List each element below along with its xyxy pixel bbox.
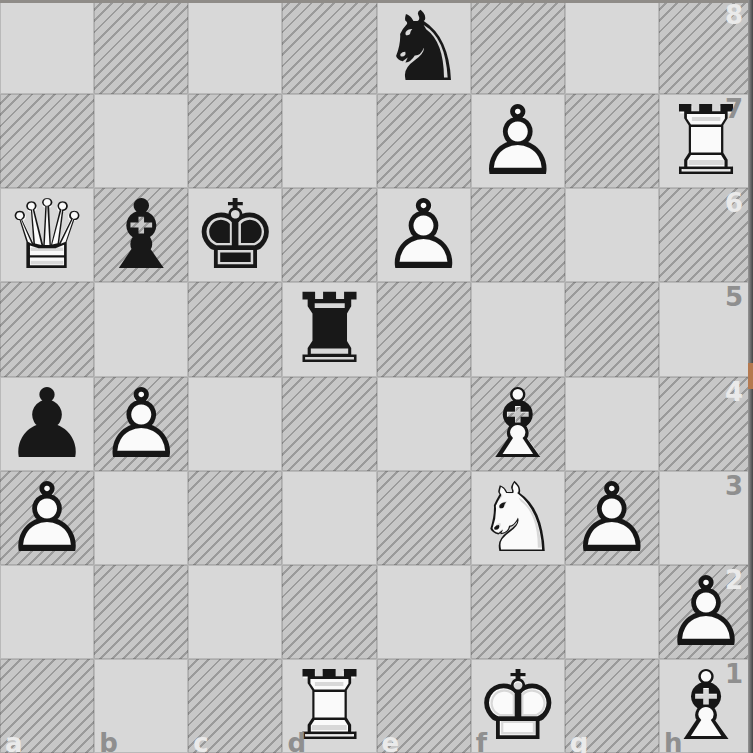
square-a5[interactable] [0, 282, 94, 376]
square-b6[interactable]: ♝ [94, 188, 188, 282]
square-e6[interactable]: ♟♙ [377, 188, 471, 282]
square-b5[interactable] [94, 282, 188, 376]
piece-white-pawn[interactable]: ♟♙ [94, 377, 188, 471]
piece-black-pawn[interactable]: ♟ [0, 377, 94, 471]
square-f6[interactable] [471, 188, 565, 282]
square-f7[interactable]: ♟♙ [471, 94, 565, 188]
square-g3[interactable]: ♟♙ [565, 471, 659, 565]
square-d7[interactable] [282, 94, 376, 188]
square-g1[interactable]: g [565, 659, 659, 753]
square-e2[interactable] [377, 565, 471, 659]
square-e8[interactable]: ♞ [377, 0, 471, 94]
square-g8[interactable] [565, 0, 659, 94]
rank-label-1: 1 [725, 661, 743, 687]
rank-label-2: 2 [725, 567, 743, 593]
white-pawn-icon: ♙ [381, 187, 467, 283]
file-label-a: a [5, 730, 23, 753]
square-h1[interactable]: 1h♝♗ [659, 659, 753, 753]
square-c1[interactable]: c [188, 659, 282, 753]
square-a1[interactable]: a [0, 659, 94, 753]
square-b7[interactable] [94, 94, 188, 188]
square-e7[interactable] [377, 94, 471, 188]
file-label-g: g [570, 730, 589, 753]
piece-black-knight[interactable]: ♞ [377, 0, 471, 94]
rank-label-8: 8 [725, 2, 743, 28]
file-label-c: c [193, 730, 208, 753]
square-h8[interactable]: 8 [659, 0, 753, 94]
piece-white-bishop[interactable]: ♝♗ [471, 377, 565, 471]
rank-label-5: 5 [725, 284, 743, 310]
piece-black-bishop[interactable]: ♝ [94, 188, 188, 282]
square-d8[interactable] [282, 0, 376, 94]
square-a8[interactable] [0, 0, 94, 94]
piece-white-knight[interactable]: ♞♘ [471, 471, 565, 565]
square-b2[interactable] [94, 565, 188, 659]
square-f8[interactable] [471, 0, 565, 94]
square-c5[interactable] [188, 282, 282, 376]
square-c3[interactable] [188, 471, 282, 565]
square-h4[interactable]: 4 [659, 377, 753, 471]
square-b4[interactable]: ♟♙ [94, 377, 188, 471]
square-f1[interactable]: f♚♔ [471, 659, 565, 753]
square-g4[interactable] [565, 377, 659, 471]
square-f5[interactable] [471, 282, 565, 376]
black-king-icon: ♚ [192, 187, 278, 283]
file-label-h: h [664, 730, 683, 753]
square-h3[interactable]: 3 [659, 471, 753, 565]
square-d1[interactable]: d♜♖ [282, 659, 376, 753]
square-a2[interactable] [0, 565, 94, 659]
piece-white-pawn[interactable]: ♟♙ [565, 471, 659, 565]
square-c6[interactable]: ♚ [188, 188, 282, 282]
square-e3[interactable] [377, 471, 471, 565]
square-g5[interactable] [565, 282, 659, 376]
file-label-f: f [476, 730, 487, 753]
square-d3[interactable] [282, 471, 376, 565]
square-h6[interactable]: 6 [659, 188, 753, 282]
white-pawn-icon: ♙ [4, 470, 90, 566]
square-c8[interactable] [188, 0, 282, 94]
black-bishop-icon: ♝ [98, 187, 184, 283]
board-top-edge [0, 0, 753, 3]
file-label-d: d [287, 730, 306, 753]
white-knight-icon: ♘ [475, 470, 561, 566]
square-e1[interactable]: e [377, 659, 471, 753]
black-pawn-icon: ♟ [4, 376, 90, 472]
black-rook-icon: ♜ [286, 281, 372, 377]
white-pawn-icon: ♙ [98, 376, 184, 472]
piece-white-queen[interactable]: ♛♕ [0, 188, 94, 282]
piece-black-king[interactable]: ♚ [188, 188, 282, 282]
piece-white-pawn[interactable]: ♟♙ [471, 94, 565, 188]
square-e4[interactable] [377, 377, 471, 471]
file-label-e: e [382, 730, 400, 753]
piece-black-rook[interactable]: ♜ [282, 282, 376, 376]
square-g7[interactable] [565, 94, 659, 188]
rank-label-7: 7 [725, 96, 743, 122]
white-pawn-icon: ♙ [569, 470, 655, 566]
white-bishop-icon: ♗ [475, 376, 561, 472]
file-label-b: b [99, 730, 118, 753]
square-h2[interactable]: 2♟♙ [659, 565, 753, 659]
square-a4[interactable]: ♟ [0, 377, 94, 471]
square-d4[interactable] [282, 377, 376, 471]
square-a3[interactable]: ♟♙ [0, 471, 94, 565]
rank-label-6: 6 [725, 190, 743, 216]
square-b8[interactable] [94, 0, 188, 94]
square-d5[interactable]: ♜ [282, 282, 376, 376]
square-c4[interactable] [188, 377, 282, 471]
right-edge-orange-marker [748, 363, 753, 389]
square-f3[interactable]: ♞♘ [471, 471, 565, 565]
square-a7[interactable] [0, 94, 94, 188]
square-e5[interactable] [377, 282, 471, 376]
square-h7[interactable]: 7♜♖ [659, 94, 753, 188]
white-king-icon: ♔ [475, 658, 561, 753]
square-c2[interactable] [188, 565, 282, 659]
square-h5[interactable]: 5 [659, 282, 753, 376]
square-c7[interactable] [188, 94, 282, 188]
black-knight-icon: ♞ [381, 0, 467, 95]
rank-label-3: 3 [725, 473, 743, 499]
rank-label-4: 4 [725, 379, 743, 405]
square-b1[interactable]: b [94, 659, 188, 753]
square-g2[interactable] [565, 565, 659, 659]
square-a6[interactable]: ♛♕ [0, 188, 94, 282]
square-b3[interactable] [94, 471, 188, 565]
white-queen-icon: ♕ [4, 187, 90, 283]
square-f2[interactable] [471, 565, 565, 659]
chess-board: ♞8♟♙7♜♖♛♕♝♚♟♙6♜5♟♟♙♝♗4♟♙♞♘♟♙32♟♙abcd♜♖ef… [0, 0, 753, 753]
square-g6[interactable] [565, 188, 659, 282]
square-f4[interactable]: ♝♗ [471, 377, 565, 471]
piece-white-pawn[interactable]: ♟♙ [377, 188, 471, 282]
piece-white-pawn[interactable]: ♟♙ [0, 471, 94, 565]
white-pawn-icon: ♙ [475, 93, 561, 189]
square-d2[interactable] [282, 565, 376, 659]
square-d6[interactable] [282, 188, 376, 282]
